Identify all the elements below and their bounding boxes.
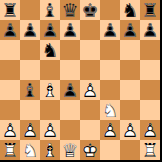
square-d1[interactable]: ♛♕ (60, 140, 80, 160)
piece-black-rook: ♜♖ (0, 0, 20, 20)
piece-white-pawn: ♟♙ (80, 80, 100, 100)
piece-white-knight: ♞♘ (100, 100, 120, 120)
piece-glyph-outline: ♙ (20, 20, 40, 40)
square-g2[interactable]: ♟♙ (120, 120, 140, 140)
piece-white-pawn: ♟♙ (40, 120, 60, 140)
square-b7[interactable]: ♟♙ (20, 20, 40, 40)
piece-glyph-outline: ♗ (20, 80, 40, 100)
square-a1[interactable]: ♜♖ (0, 140, 20, 160)
chess-board: ♜♖♝♗♛♕♚♔♞♘♜♖♟♙♟♙♟♙♟♙♟♙♟♙♟♙♞♘♝♗♝♗♟♙♟♙♞♘♟♙… (0, 0, 160, 160)
piece-glyph-outline: ♙ (0, 120, 20, 140)
square-f3[interactable]: ♞♘ (100, 100, 120, 120)
piece-black-king: ♚♔ (80, 0, 100, 20)
piece-white-pawn: ♟♙ (0, 120, 20, 140)
square-f1[interactable] (100, 140, 120, 160)
piece-black-pawn: ♟♙ (60, 20, 80, 40)
piece-glyph-outline: ♗ (40, 80, 60, 100)
square-c5[interactable] (40, 60, 60, 80)
piece-white-bishop: ♝♗ (40, 80, 60, 100)
square-e3[interactable] (80, 100, 100, 120)
piece-black-pawn: ♟♙ (120, 20, 140, 40)
square-h6[interactable] (140, 40, 160, 60)
square-h7[interactable]: ♟♙ (140, 20, 160, 40)
square-e7[interactable] (80, 20, 100, 40)
piece-glyph-outline: ♗ (40, 0, 60, 20)
piece-white-pawn: ♟♙ (120, 120, 140, 140)
square-f6[interactable] (100, 40, 120, 60)
piece-black-pawn: ♟♙ (60, 80, 80, 100)
piece-glyph-outline: ♙ (80, 80, 100, 100)
piece-black-pawn: ♟♙ (100, 20, 120, 40)
piece-glyph-outline: ♕ (60, 0, 80, 20)
square-a8[interactable]: ♜♖ (0, 0, 20, 20)
piece-black-knight: ♞♘ (40, 40, 60, 60)
square-d4[interactable]: ♟♙ (60, 80, 80, 100)
square-b4[interactable]: ♝♗ (20, 80, 40, 100)
piece-glyph-outline: ♘ (40, 40, 60, 60)
square-e2[interactable] (80, 120, 100, 140)
square-b1[interactable]: ♞♘ (20, 140, 40, 160)
piece-black-knight: ♞♘ (120, 0, 140, 20)
square-e5[interactable] (80, 60, 100, 80)
piece-glyph-outline: ♙ (0, 20, 20, 40)
square-b3[interactable] (20, 100, 40, 120)
square-a4[interactable] (0, 80, 20, 100)
piece-glyph-outline: ♙ (140, 120, 160, 140)
square-c1[interactable]: ♝♗ (40, 140, 60, 160)
square-a2[interactable]: ♟♙ (0, 120, 20, 140)
piece-black-bishop: ♝♗ (20, 80, 40, 100)
square-a6[interactable] (0, 40, 20, 60)
piece-glyph-outline: ♖ (0, 140, 20, 160)
piece-glyph-outline: ♙ (120, 120, 140, 140)
piece-glyph-outline: ♘ (120, 0, 140, 20)
square-e8[interactable]: ♚♔ (80, 0, 100, 20)
piece-black-rook: ♜♖ (140, 0, 160, 20)
square-d5[interactable] (60, 60, 80, 80)
piece-black-pawn: ♟♙ (20, 20, 40, 40)
piece-glyph-outline: ♙ (100, 120, 120, 140)
piece-glyph-outline: ♗ (40, 140, 60, 160)
piece-black-pawn: ♟♙ (40, 20, 60, 40)
piece-black-queen: ♛♕ (60, 0, 80, 20)
piece-black-pawn: ♟♙ (0, 20, 20, 40)
piece-white-rook: ♜♖ (140, 140, 160, 160)
square-c3[interactable] (40, 100, 60, 120)
square-g6[interactable] (120, 40, 140, 60)
piece-glyph-outline: ♖ (140, 0, 160, 20)
square-e6[interactable] (80, 40, 100, 60)
piece-glyph-outline: ♔ (80, 140, 100, 160)
square-c2[interactable]: ♟♙ (40, 120, 60, 140)
square-d6[interactable] (60, 40, 80, 60)
piece-white-pawn: ♟♙ (140, 120, 160, 140)
piece-glyph-outline: ♙ (40, 120, 60, 140)
piece-glyph-outline: ♘ (20, 140, 40, 160)
piece-white-bishop: ♝♗ (40, 140, 60, 160)
square-h2[interactable]: ♟♙ (140, 120, 160, 140)
square-c7[interactable]: ♟♙ (40, 20, 60, 40)
square-h1[interactable]: ♜♖ (140, 140, 160, 160)
piece-black-bishop: ♝♗ (40, 0, 60, 20)
square-g8[interactable]: ♞♘ (120, 0, 140, 20)
square-g4[interactable] (120, 80, 140, 100)
square-d8[interactable]: ♛♕ (60, 0, 80, 20)
piece-glyph-outline: ♕ (60, 140, 80, 160)
piece-glyph-outline: ♙ (60, 80, 80, 100)
square-e4[interactable]: ♟♙ (80, 80, 100, 100)
square-f8[interactable] (100, 0, 120, 20)
piece-white-knight: ♞♘ (20, 140, 40, 160)
piece-glyph-outline: ♖ (0, 0, 20, 20)
square-g5[interactable] (120, 60, 140, 80)
square-d3[interactable] (60, 100, 80, 120)
square-b6[interactable] (20, 40, 40, 60)
square-h4[interactable] (140, 80, 160, 100)
square-f4[interactable] (100, 80, 120, 100)
piece-white-pawn: ♟♙ (20, 120, 40, 140)
piece-glyph-outline: ♙ (140, 20, 160, 40)
piece-white-pawn: ♟♙ (100, 120, 120, 140)
square-f2[interactable]: ♟♙ (100, 120, 120, 140)
square-h3[interactable] (140, 100, 160, 120)
piece-white-rook: ♜♖ (0, 140, 20, 160)
square-f7[interactable]: ♟♙ (100, 20, 120, 40)
square-g1[interactable] (120, 140, 140, 160)
square-d2[interactable] (60, 120, 80, 140)
piece-white-queen: ♛♕ (60, 140, 80, 160)
square-h8[interactable]: ♜♖ (140, 0, 160, 20)
square-f5[interactable] (100, 60, 120, 80)
board-frame: ♜♖♝♗♛♕♚♔♞♘♜♖♟♙♟♙♟♙♟♙♟♙♟♙♟♙♞♘♝♗♝♗♟♙♟♙♞♘♟♙… (0, 0, 162, 162)
square-b2[interactable]: ♟♙ (20, 120, 40, 140)
square-b5[interactable] (20, 60, 40, 80)
square-a7[interactable]: ♟♙ (0, 20, 20, 40)
square-d7[interactable]: ♟♙ (60, 20, 80, 40)
piece-glyph-outline: ♙ (120, 20, 140, 40)
square-b8[interactable] (20, 0, 40, 20)
square-c6[interactable]: ♞♘ (40, 40, 60, 60)
piece-glyph-outline: ♙ (20, 120, 40, 140)
square-c4[interactable]: ♝♗ (40, 80, 60, 100)
square-c8[interactable]: ♝♗ (40, 0, 60, 20)
piece-glyph-outline: ♙ (100, 20, 120, 40)
piece-glyph-outline: ♙ (60, 20, 80, 40)
piece-glyph-outline: ♖ (140, 140, 160, 160)
square-g3[interactable] (120, 100, 140, 120)
square-h5[interactable] (140, 60, 160, 80)
piece-glyph-outline: ♔ (80, 0, 100, 20)
square-a5[interactable] (0, 60, 20, 80)
piece-white-king: ♚♔ (80, 140, 100, 160)
square-a3[interactable] (0, 100, 20, 120)
piece-glyph-outline: ♙ (40, 20, 60, 40)
piece-glyph-outline: ♘ (100, 100, 120, 120)
square-g7[interactable]: ♟♙ (120, 20, 140, 40)
square-e1[interactable]: ♚♔ (80, 140, 100, 160)
piece-black-pawn: ♟♙ (140, 20, 160, 40)
